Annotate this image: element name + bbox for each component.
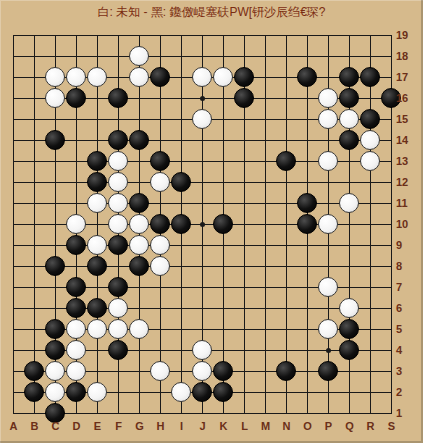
- row-label: 2: [396, 382, 420, 403]
- black-stone[interactable]: [234, 88, 254, 108]
- row-label: 15: [396, 109, 420, 130]
- black-stone[interactable]: [45, 340, 65, 360]
- white-stone[interactable]: [318, 277, 338, 297]
- game-title: 白: 未知 - 黑: 鑱儌崼塞砆PW[钘沙辰绉€琛?: [0, 3, 423, 21]
- white-stone[interactable]: [171, 382, 191, 402]
- row-label: 11: [396, 193, 420, 214]
- black-stone[interactable]: [24, 361, 44, 381]
- black-stone[interactable]: [66, 235, 86, 255]
- white-stone[interactable]: [108, 172, 128, 192]
- black-stone[interactable]: [213, 214, 233, 234]
- white-stone[interactable]: [150, 235, 170, 255]
- black-stone[interactable]: [171, 172, 191, 192]
- white-stone[interactable]: [318, 109, 338, 129]
- white-stone[interactable]: [192, 109, 212, 129]
- row-label: 1: [396, 403, 420, 424]
- black-stone[interactable]: [360, 109, 380, 129]
- black-stone[interactable]: [108, 277, 128, 297]
- row-label: 18: [396, 46, 420, 67]
- black-stone[interactable]: [297, 214, 317, 234]
- black-stone[interactable]: [339, 340, 359, 360]
- go-app-window: 白: 未知 - 黑: 鑱儌崼塞砆PW[钘沙辰绉€琛? ABCDEFGHIJKLM…: [0, 0, 423, 443]
- white-stone[interactable]: [318, 214, 338, 234]
- white-stone[interactable]: [66, 67, 86, 87]
- black-stone[interactable]: [87, 172, 107, 192]
- column-label: B: [24, 420, 45, 432]
- black-stone[interactable]: [108, 340, 128, 360]
- white-stone[interactable]: [318, 151, 338, 171]
- black-stone[interactable]: [129, 130, 149, 150]
- black-stone[interactable]: [213, 382, 233, 402]
- column-label: J: [192, 420, 213, 432]
- white-stone[interactable]: [339, 109, 359, 129]
- white-stone[interactable]: [150, 256, 170, 276]
- black-stone[interactable]: [45, 256, 65, 276]
- white-stone[interactable]: [150, 361, 170, 381]
- row-label: 5: [396, 319, 420, 340]
- white-stone[interactable]: [45, 67, 65, 87]
- white-stone[interactable]: [360, 130, 380, 150]
- column-label: I: [171, 420, 192, 432]
- white-stone[interactable]: [129, 67, 149, 87]
- white-stone[interactable]: [108, 214, 128, 234]
- row-label: 7: [396, 277, 420, 298]
- white-stone[interactable]: [66, 319, 86, 339]
- white-stone[interactable]: [108, 151, 128, 171]
- black-stone[interactable]: [276, 151, 296, 171]
- white-stone[interactable]: [192, 340, 212, 360]
- white-stone[interactable]: [45, 361, 65, 381]
- black-stone[interactable]: [234, 67, 254, 87]
- black-stone[interactable]: [87, 151, 107, 171]
- white-stone[interactable]: [339, 298, 359, 318]
- black-stone[interactable]: [360, 67, 380, 87]
- black-stone[interactable]: [87, 256, 107, 276]
- row-label: 17: [396, 67, 420, 88]
- black-stone[interactable]: [66, 88, 86, 108]
- white-stone[interactable]: [87, 67, 107, 87]
- column-label: D: [66, 420, 87, 432]
- column-label: P: [318, 420, 339, 432]
- star-point: [326, 348, 331, 353]
- black-stone[interactable]: [108, 130, 128, 150]
- row-label: 3: [396, 361, 420, 382]
- column-label: O: [297, 420, 318, 432]
- row-label: 16: [396, 88, 420, 109]
- white-stone[interactable]: [192, 67, 212, 87]
- white-stone[interactable]: [339, 193, 359, 213]
- black-stone[interactable]: [150, 151, 170, 171]
- column-label: K: [213, 420, 234, 432]
- white-stone[interactable]: [66, 340, 86, 360]
- black-stone[interactable]: [150, 214, 170, 234]
- white-stone[interactable]: [150, 172, 170, 192]
- black-stone[interactable]: [87, 298, 107, 318]
- white-stone[interactable]: [129, 214, 149, 234]
- white-stone[interactable]: [129, 235, 149, 255]
- column-label: G: [129, 420, 150, 432]
- white-stone[interactable]: [108, 319, 128, 339]
- white-stone[interactable]: [108, 193, 128, 213]
- white-stone[interactable]: [45, 88, 65, 108]
- column-label: E: [87, 420, 108, 432]
- column-label: A: [3, 420, 24, 432]
- black-stone[interactable]: [339, 67, 359, 87]
- black-stone[interactable]: [171, 214, 191, 234]
- row-label: 12: [396, 172, 420, 193]
- black-stone[interactable]: [339, 130, 359, 150]
- black-stone[interactable]: [129, 193, 149, 213]
- row-label: 19: [396, 25, 420, 46]
- star-point: [200, 222, 205, 227]
- white-stone[interactable]: [45, 382, 65, 402]
- black-stone[interactable]: [108, 235, 128, 255]
- black-stone[interactable]: [129, 256, 149, 276]
- black-stone[interactable]: [66, 277, 86, 297]
- row-label: 14: [396, 130, 420, 151]
- black-stone[interactable]: [66, 298, 86, 318]
- black-stone[interactable]: [150, 67, 170, 87]
- column-label: C: [45, 420, 66, 432]
- column-label: Q: [339, 420, 360, 432]
- black-stone[interactable]: [297, 193, 317, 213]
- white-stone[interactable]: [318, 88, 338, 108]
- row-label: 6: [396, 298, 420, 319]
- black-stone[interactable]: [24, 382, 44, 402]
- white-stone[interactable]: [87, 235, 107, 255]
- row-label: 4: [396, 340, 420, 361]
- white-stone[interactable]: [108, 298, 128, 318]
- column-label: F: [108, 420, 129, 432]
- black-stone[interactable]: [108, 88, 128, 108]
- black-stone[interactable]: [45, 319, 65, 339]
- black-stone[interactable]: [66, 382, 86, 402]
- white-stone[interactable]: [87, 319, 107, 339]
- row-label: 13: [396, 151, 420, 172]
- white-stone[interactable]: [87, 193, 107, 213]
- black-stone[interactable]: [297, 67, 317, 87]
- black-stone[interactable]: [339, 88, 359, 108]
- row-label: 8: [396, 256, 420, 277]
- row-label: 10: [396, 214, 420, 235]
- column-label: L: [234, 420, 255, 432]
- black-stone[interactable]: [318, 361, 338, 381]
- column-label: N: [276, 420, 297, 432]
- white-stone[interactable]: [66, 361, 86, 381]
- black-stone[interactable]: [213, 361, 233, 381]
- white-stone[interactable]: [360, 151, 380, 171]
- white-stone[interactable]: [66, 214, 86, 234]
- column-label: M: [255, 420, 276, 432]
- column-label: H: [150, 420, 171, 432]
- star-point: [200, 96, 205, 101]
- column-label: R: [360, 420, 381, 432]
- black-stone[interactable]: [276, 361, 296, 381]
- black-stone[interactable]: [339, 319, 359, 339]
- white-stone[interactable]: [129, 319, 149, 339]
- white-stone[interactable]: [213, 67, 233, 87]
- white-stone[interactable]: [87, 382, 107, 402]
- black-stone[interactable]: [192, 382, 212, 402]
- black-stone[interactable]: [45, 130, 65, 150]
- white-stone[interactable]: [129, 46, 149, 66]
- white-stone[interactable]: [318, 319, 338, 339]
- white-stone[interactable]: [192, 361, 212, 381]
- row-label: 9: [396, 235, 420, 256]
